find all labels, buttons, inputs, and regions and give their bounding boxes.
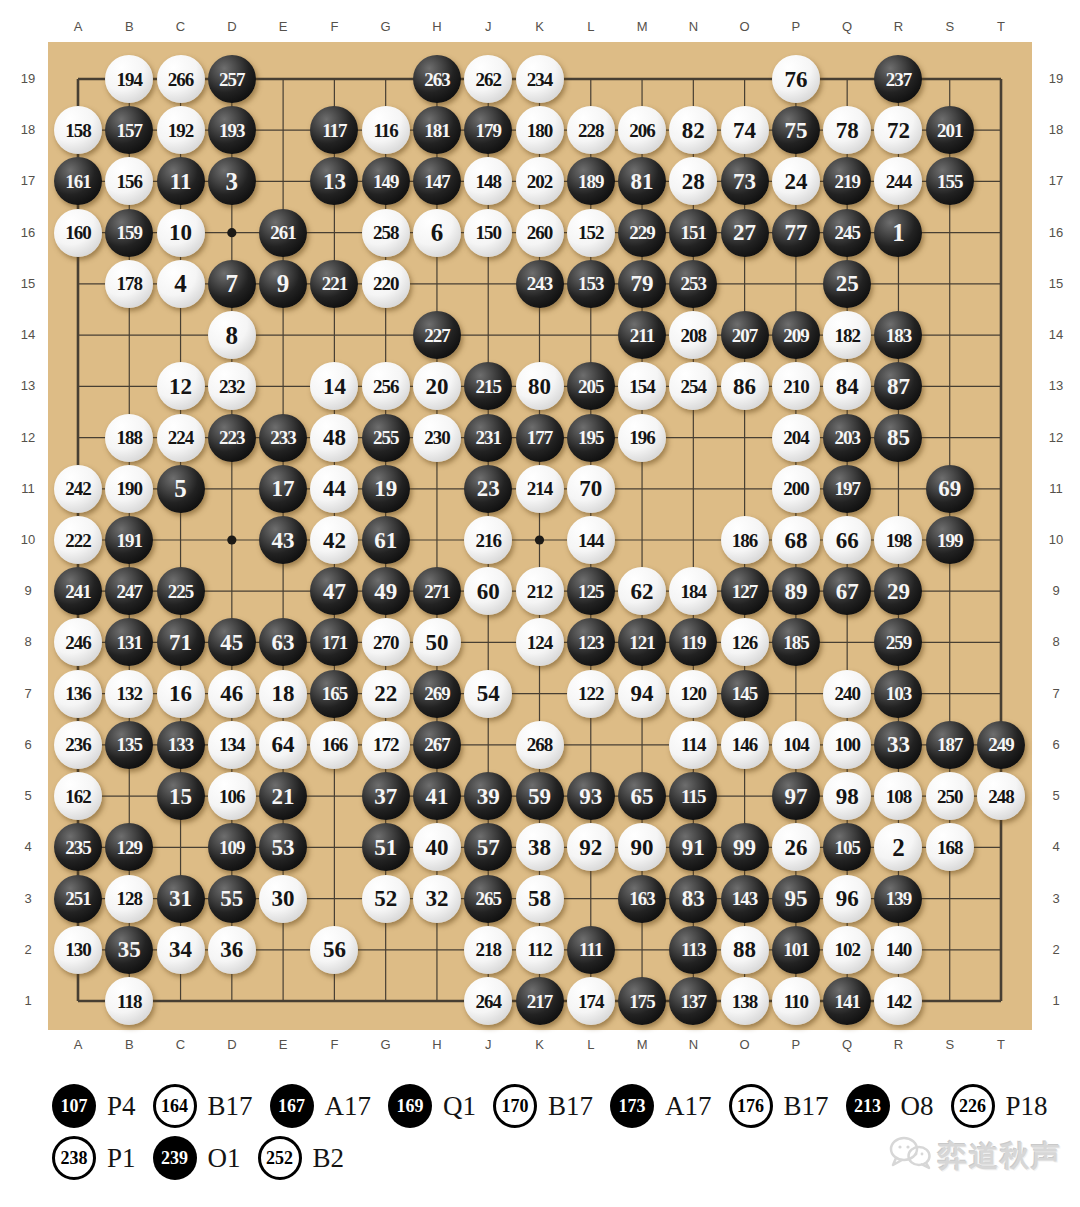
stone-S17: 155 xyxy=(926,157,974,205)
stone-A4: 235 xyxy=(54,823,102,871)
stone-G16: 258 xyxy=(362,209,410,257)
stone-Q3: 96 xyxy=(823,875,871,923)
stone-S5: 250 xyxy=(926,772,974,820)
stone-K3: 58 xyxy=(516,875,564,923)
stone-K8: 124 xyxy=(516,618,564,666)
stone-C2: 34 xyxy=(157,926,205,974)
coord-col-top-O: O xyxy=(729,18,761,36)
stone-G10: 61 xyxy=(362,516,410,564)
legend-move-226: 226P18 xyxy=(951,1084,1048,1128)
coord-row-right-12: 12 xyxy=(1040,429,1072,447)
stone-K15: 243 xyxy=(516,260,564,308)
stone-K12: 177 xyxy=(516,414,564,462)
legend-stone-169: 169 xyxy=(388,1084,432,1128)
coord-col-top-R: R xyxy=(882,18,914,36)
stone-F15: 221 xyxy=(310,260,358,308)
stone-M12: 196 xyxy=(618,414,666,462)
stone-D2: 36 xyxy=(208,926,256,974)
coord-col-top-C: C xyxy=(165,18,197,36)
stone-P18: 75 xyxy=(772,106,820,154)
coord-col-bottom-C: C xyxy=(165,1036,197,1054)
stone-L12: 195 xyxy=(567,414,615,462)
star-point xyxy=(535,535,544,544)
stone-C8: 71 xyxy=(157,618,205,666)
coord-row-left-17: 17 xyxy=(12,172,44,190)
stone-Q2: 102 xyxy=(823,926,871,974)
legend-row: 107P4164B17167A17169Q1170B17173A17176B17… xyxy=(52,1080,1062,1132)
stone-S18: 201 xyxy=(926,106,974,154)
stone-B11: 190 xyxy=(105,465,153,513)
stone-H18: 181 xyxy=(413,106,461,154)
coord-row-right-18: 18 xyxy=(1040,121,1072,139)
coord-col-bottom-S: S xyxy=(934,1036,966,1054)
stone-L2: 111 xyxy=(567,926,615,974)
stone-K5: 59 xyxy=(516,772,564,820)
stone-M16: 229 xyxy=(618,209,666,257)
stone-P4: 26 xyxy=(772,823,820,871)
stone-S10: 199 xyxy=(926,516,974,564)
coord-row-left-10: 10 xyxy=(12,531,44,549)
stone-K16: 260 xyxy=(516,209,564,257)
stone-H16: 6 xyxy=(413,209,461,257)
stone-C18: 192 xyxy=(157,106,205,154)
legend-move-167: 167A17 xyxy=(270,1084,372,1128)
stone-E15: 9 xyxy=(259,260,307,308)
stone-O16: 27 xyxy=(721,209,769,257)
kifu-diagram: 1942662572632622347623715815719219311711… xyxy=(0,0,1080,1207)
legend-move-239: 239O1 xyxy=(153,1136,241,1180)
stone-G11: 19 xyxy=(362,465,410,513)
stone-M15: 79 xyxy=(618,260,666,308)
stone-A10: 222 xyxy=(54,516,102,564)
go-board: 1942662572632622347623715815719219311711… xyxy=(48,42,1032,1030)
coord-col-top-F: F xyxy=(318,18,350,36)
legend-move-173: 173A17 xyxy=(610,1084,712,1128)
stone-P3: 95 xyxy=(772,875,820,923)
stone-O10: 186 xyxy=(721,516,769,564)
coord-row-left-1: 1 xyxy=(12,992,44,1010)
legend-move-170: 170B17 xyxy=(493,1084,593,1128)
stone-B19: 194 xyxy=(105,55,153,103)
legend-move-238: 238P1 xyxy=(52,1136,136,1180)
coord-col-bottom-T: T xyxy=(985,1036,1017,1054)
legend-point-label: P1 xyxy=(107,1143,136,1174)
legend-stone-252: 252 xyxy=(258,1136,302,1180)
coord-row-right-3: 3 xyxy=(1040,890,1072,908)
coord-row-right-9: 9 xyxy=(1040,582,1072,600)
stone-D19: 257 xyxy=(208,55,256,103)
stone-O18: 74 xyxy=(721,106,769,154)
stone-G8: 270 xyxy=(362,618,410,666)
coord-row-right-11: 11 xyxy=(1040,480,1072,498)
coord-col-bottom-M: M xyxy=(626,1036,658,1054)
coord-col-top-N: N xyxy=(677,18,709,36)
stone-A18: 158 xyxy=(54,106,102,154)
stone-E16: 261 xyxy=(259,209,307,257)
coord-row-left-13: 13 xyxy=(12,377,44,395)
stone-D14: 8 xyxy=(208,311,256,359)
stone-K13: 80 xyxy=(516,362,564,410)
coord-row-right-16: 16 xyxy=(1040,224,1072,242)
coord-col-bottom-P: P xyxy=(780,1036,812,1054)
stone-A7: 136 xyxy=(54,670,102,718)
stone-P13: 210 xyxy=(772,362,820,410)
coord-row-left-15: 15 xyxy=(12,275,44,293)
stone-L11: 70 xyxy=(567,465,615,513)
legend-point-label: B17 xyxy=(784,1091,829,1122)
stone-H9: 271 xyxy=(413,567,461,615)
star-point xyxy=(227,228,236,237)
wechat-icon xyxy=(888,1136,932,1177)
stone-R12: 85 xyxy=(874,414,922,462)
stone-B2: 35 xyxy=(105,926,153,974)
stone-L4: 92 xyxy=(567,823,615,871)
legend-point-label: A17 xyxy=(325,1091,372,1122)
coord-row-right-15: 15 xyxy=(1040,275,1072,293)
stone-O9: 127 xyxy=(721,567,769,615)
stone-M9: 62 xyxy=(618,567,666,615)
stone-P12: 204 xyxy=(772,414,820,462)
stone-A16: 160 xyxy=(54,209,102,257)
stone-E3: 30 xyxy=(259,875,307,923)
coord-row-left-11: 11 xyxy=(12,480,44,498)
stone-Q7: 240 xyxy=(823,670,871,718)
stone-D5: 106 xyxy=(208,772,256,820)
legend-point-label: B2 xyxy=(313,1143,345,1174)
coord-row-right-19: 19 xyxy=(1040,70,1072,88)
legend-point-label: B17 xyxy=(548,1091,593,1122)
coord-row-left-9: 9 xyxy=(12,582,44,600)
coord-row-left-6: 6 xyxy=(12,736,44,754)
stone-E12: 233 xyxy=(259,414,307,462)
stone-B15: 178 xyxy=(105,260,153,308)
stone-B3: 128 xyxy=(105,875,153,923)
stone-N16: 151 xyxy=(669,209,717,257)
stone-L15: 153 xyxy=(567,260,615,308)
stone-S4: 168 xyxy=(926,823,974,871)
stone-G4: 51 xyxy=(362,823,410,871)
stone-F7: 165 xyxy=(310,670,358,718)
coord-row-right-13: 13 xyxy=(1040,377,1072,395)
coord-row-right-5: 5 xyxy=(1040,787,1072,805)
stone-O14: 207 xyxy=(721,311,769,359)
stone-G15: 220 xyxy=(362,260,410,308)
stone-K19: 234 xyxy=(516,55,564,103)
stone-A9: 241 xyxy=(54,567,102,615)
stone-Q11: 197 xyxy=(823,465,871,513)
stone-O4: 99 xyxy=(721,823,769,871)
stone-G13: 256 xyxy=(362,362,410,410)
stone-C16: 10 xyxy=(157,209,205,257)
coord-col-bottom-F: F xyxy=(318,1036,350,1054)
stone-N2: 113 xyxy=(669,926,717,974)
stone-N3: 83 xyxy=(669,875,717,923)
legend-stone-226: 226 xyxy=(951,1084,995,1128)
stone-K17: 202 xyxy=(516,157,564,205)
stone-K6: 268 xyxy=(516,721,564,769)
stone-L9: 125 xyxy=(567,567,615,615)
stone-A5: 162 xyxy=(54,772,102,820)
coord-col-top-Q: Q xyxy=(831,18,863,36)
stone-H3: 32 xyxy=(413,875,461,923)
coord-row-left-4: 4 xyxy=(12,838,44,856)
stone-C5: 15 xyxy=(157,772,205,820)
coord-col-top-L: L xyxy=(575,18,607,36)
stone-E10: 43 xyxy=(259,516,307,564)
stone-N6: 114 xyxy=(669,721,717,769)
stone-H5: 41 xyxy=(413,772,461,820)
stone-P16: 77 xyxy=(772,209,820,257)
coord-row-left-5: 5 xyxy=(12,787,44,805)
coord-row-right-1: 1 xyxy=(1040,992,1072,1010)
stone-B1: 118 xyxy=(105,977,153,1025)
stone-M1: 175 xyxy=(618,977,666,1025)
stone-Q6: 100 xyxy=(823,721,871,769)
stone-G5: 37 xyxy=(362,772,410,820)
stone-C6: 133 xyxy=(157,721,205,769)
legend-stone-170: 170 xyxy=(493,1084,537,1128)
stone-L10: 144 xyxy=(567,516,615,564)
legend-point-label: O1 xyxy=(208,1143,241,1174)
stone-C17: 11 xyxy=(157,157,205,205)
coord-row-right-17: 17 xyxy=(1040,172,1072,190)
stone-K9: 212 xyxy=(516,567,564,615)
stone-G6: 172 xyxy=(362,721,410,769)
coord-row-right-14: 14 xyxy=(1040,326,1072,344)
stone-Q1: 141 xyxy=(823,977,871,1025)
stone-P19: 76 xyxy=(772,55,820,103)
legend-move-252: 252B2 xyxy=(258,1136,345,1180)
stone-A6: 236 xyxy=(54,721,102,769)
stone-D15: 7 xyxy=(208,260,256,308)
stone-S6: 187 xyxy=(926,721,974,769)
stone-P8: 185 xyxy=(772,618,820,666)
stone-H7: 269 xyxy=(413,670,461,718)
legend-point-label: P4 xyxy=(107,1091,136,1122)
stone-C11: 5 xyxy=(157,465,205,513)
coord-col-top-P: P xyxy=(780,18,812,36)
stone-Q15: 25 xyxy=(823,260,871,308)
stone-O2: 88 xyxy=(721,926,769,974)
stone-C19: 266 xyxy=(157,55,205,103)
coord-col-top-K: K xyxy=(524,18,556,36)
stone-Q12: 203 xyxy=(823,414,871,462)
coord-col-top-J: J xyxy=(472,18,504,36)
stone-K18: 180 xyxy=(516,106,564,154)
stone-C13: 12 xyxy=(157,362,205,410)
stone-Q16: 245 xyxy=(823,209,871,257)
coord-col-top-E: E xyxy=(267,18,299,36)
coord-col-bottom-N: N xyxy=(677,1036,709,1054)
stone-G12: 255 xyxy=(362,414,410,462)
stone-O1: 138 xyxy=(721,977,769,1025)
stone-L16: 152 xyxy=(567,209,615,257)
legend-stone-238: 238 xyxy=(52,1136,96,1180)
stone-A11: 242 xyxy=(54,465,102,513)
stone-J7: 54 xyxy=(464,670,512,718)
stone-J12: 231 xyxy=(464,414,512,462)
stone-G18: 116 xyxy=(362,106,410,154)
stone-L17: 189 xyxy=(567,157,615,205)
stone-O7: 145 xyxy=(721,670,769,718)
stone-L18: 228 xyxy=(567,106,615,154)
stone-J16: 150 xyxy=(464,209,512,257)
stone-M7: 94 xyxy=(618,670,666,718)
coord-row-left-7: 7 xyxy=(12,685,44,703)
legend-stone-173: 173 xyxy=(610,1084,654,1128)
legend-stone-107: 107 xyxy=(52,1084,96,1128)
coord-col-top-H: H xyxy=(421,18,453,36)
stone-H19: 263 xyxy=(413,55,461,103)
stone-P1: 110 xyxy=(772,977,820,1025)
stone-P17: 24 xyxy=(772,157,820,205)
stone-H6: 267 xyxy=(413,721,461,769)
stone-J3: 265 xyxy=(464,875,512,923)
stone-R3: 139 xyxy=(874,875,922,923)
coord-row-right-6: 6 xyxy=(1040,736,1072,754)
stone-P9: 89 xyxy=(772,567,820,615)
coord-row-left-14: 14 xyxy=(12,326,44,344)
legend-move-107: 107P4 xyxy=(52,1084,136,1128)
coord-col-top-A: A xyxy=(62,18,94,36)
stone-K1: 217 xyxy=(516,977,564,1025)
stone-O8: 126 xyxy=(721,618,769,666)
legend-point-label: A17 xyxy=(665,1091,712,1122)
stone-Q10: 66 xyxy=(823,516,871,564)
stone-N7: 120 xyxy=(669,670,717,718)
stone-P5: 97 xyxy=(772,772,820,820)
stone-H12: 230 xyxy=(413,414,461,462)
stone-Q5: 98 xyxy=(823,772,871,820)
coord-col-top-G: G xyxy=(370,18,402,36)
stone-P14: 209 xyxy=(772,311,820,359)
coord-row-left-12: 12 xyxy=(12,429,44,447)
stone-G7: 22 xyxy=(362,670,410,718)
stone-G9: 49 xyxy=(362,567,410,615)
coord-col-top-M: M xyxy=(626,18,658,36)
coord-col-bottom-K: K xyxy=(524,1036,556,1054)
coord-col-bottom-J: J xyxy=(472,1036,504,1054)
stone-C12: 224 xyxy=(157,414,205,462)
coord-row-left-18: 18 xyxy=(12,121,44,139)
coord-row-right-10: 10 xyxy=(1040,531,1072,549)
stone-B12: 188 xyxy=(105,414,153,462)
stone-E6: 64 xyxy=(259,721,307,769)
stone-D18: 193 xyxy=(208,106,256,154)
stone-B16: 159 xyxy=(105,209,153,257)
stone-L5: 93 xyxy=(567,772,615,820)
stone-P6: 104 xyxy=(772,721,820,769)
stone-M3: 163 xyxy=(618,875,666,923)
coord-col-bottom-G: G xyxy=(370,1036,402,1054)
stone-R6: 33 xyxy=(874,721,922,769)
coord-row-left-3: 3 xyxy=(12,890,44,908)
legend-move-176: 176B17 xyxy=(729,1084,829,1128)
stone-B10: 191 xyxy=(105,516,153,564)
stone-R7: 103 xyxy=(874,670,922,718)
coord-col-bottom-B: B xyxy=(113,1036,145,1054)
stone-L7: 122 xyxy=(567,670,615,718)
watermark-text: 弈道秋声 xyxy=(938,1137,1062,1177)
coord-row-left-16: 16 xyxy=(12,224,44,242)
stone-F11: 44 xyxy=(310,465,358,513)
legend-stone-239: 239 xyxy=(153,1136,197,1180)
stone-M14: 211 xyxy=(618,311,666,359)
stone-N1: 137 xyxy=(669,977,717,1025)
stone-O13: 86 xyxy=(721,362,769,410)
coord-row-right-2: 2 xyxy=(1040,941,1072,959)
stone-G17: 149 xyxy=(362,157,410,205)
stone-G3: 52 xyxy=(362,875,410,923)
stone-R2: 140 xyxy=(874,926,922,974)
stone-D8: 45 xyxy=(208,618,256,666)
stone-D7: 46 xyxy=(208,670,256,718)
coord-row-left-19: 19 xyxy=(12,70,44,88)
stone-B7: 132 xyxy=(105,670,153,718)
stone-T6: 249 xyxy=(977,721,1025,769)
stone-D3: 55 xyxy=(208,875,256,923)
coord-col-bottom-Q: Q xyxy=(831,1036,863,1054)
stone-J5: 39 xyxy=(464,772,512,820)
legend-stone-176: 176 xyxy=(729,1084,773,1128)
stone-D13: 232 xyxy=(208,362,256,410)
stone-J11: 23 xyxy=(464,465,512,513)
stone-J10: 216 xyxy=(464,516,512,564)
coord-col-top-D: D xyxy=(216,18,248,36)
stone-P11: 200 xyxy=(772,465,820,513)
stone-J1: 264 xyxy=(464,977,512,1025)
stone-O17: 73 xyxy=(721,157,769,205)
stone-K2: 112 xyxy=(516,926,564,974)
stone-D4: 109 xyxy=(208,823,256,871)
stone-D12: 223 xyxy=(208,414,256,462)
legend-move-169: 169Q1 xyxy=(388,1084,476,1128)
stone-P10: 68 xyxy=(772,516,820,564)
coord-col-bottom-D: D xyxy=(216,1036,248,1054)
stone-C7: 16 xyxy=(157,670,205,718)
coord-col-bottom-L: L xyxy=(575,1036,607,1054)
stone-N15: 253 xyxy=(669,260,717,308)
legend-move-164: 164B17 xyxy=(153,1084,253,1128)
legend-stone-213: 213 xyxy=(846,1084,890,1128)
stone-H14: 227 xyxy=(413,311,461,359)
coord-row-left-8: 8 xyxy=(12,633,44,651)
stone-D6: 134 xyxy=(208,721,256,769)
stone-C3: 31 xyxy=(157,875,205,923)
coord-row-right-8: 8 xyxy=(1040,633,1072,651)
coord-col-bottom-O: O xyxy=(729,1036,761,1054)
stone-R16: 1 xyxy=(874,209,922,257)
stone-L13: 205 xyxy=(567,362,615,410)
coord-row-left-2: 2 xyxy=(12,941,44,959)
legend-point-label: B17 xyxy=(208,1091,253,1122)
stone-H13: 20 xyxy=(413,362,461,410)
watermark: 弈道秋声 xyxy=(888,1136,1062,1177)
stone-A3: 251 xyxy=(54,875,102,923)
stone-P2: 101 xyxy=(772,926,820,974)
legend-point-label: P18 xyxy=(1006,1091,1048,1122)
stone-H4: 40 xyxy=(413,823,461,871)
stone-E11: 17 xyxy=(259,465,307,513)
stone-O3: 143 xyxy=(721,875,769,923)
stone-D17: 3 xyxy=(208,157,256,205)
coord-col-bottom-H: H xyxy=(421,1036,453,1054)
stone-M18: 206 xyxy=(618,106,666,154)
coord-col-bottom-R: R xyxy=(882,1036,914,1054)
coord-col-top-B: B xyxy=(113,18,145,36)
coord-col-bottom-E: E xyxy=(267,1036,299,1054)
stone-M5: 65 xyxy=(618,772,666,820)
